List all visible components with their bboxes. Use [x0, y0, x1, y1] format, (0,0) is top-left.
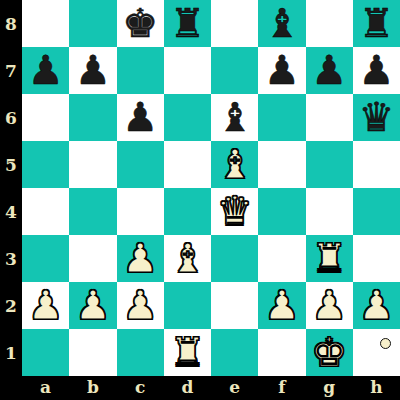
square-c2[interactable]: ♟ — [117, 282, 164, 329]
square-b4[interactable] — [69, 188, 116, 235]
square-g8[interactable] — [306, 0, 353, 47]
rank-label-5: 5 — [0, 141, 22, 188]
square-e7[interactable] — [211, 47, 258, 94]
white-to-move-indicator — [380, 338, 391, 349]
square-b7[interactable]: ♟ — [69, 47, 116, 94]
rank-labels: 87654321 — [0, 0, 22, 376]
file-label-h: h — [353, 376, 400, 400]
square-f8[interactable]: ♝ — [258, 0, 305, 47]
white-rook-d1[interactable]: ♜ — [169, 332, 205, 372]
square-d6[interactable] — [164, 94, 211, 141]
square-b1[interactable] — [69, 329, 116, 376]
rank-label-8: 8 — [0, 0, 22, 47]
square-g2[interactable]: ♟ — [306, 282, 353, 329]
square-e3[interactable] — [211, 235, 258, 282]
square-g7[interactable]: ♟ — [306, 47, 353, 94]
square-f2[interactable]: ♟ — [258, 282, 305, 329]
square-d7[interactable] — [164, 47, 211, 94]
square-g4[interactable] — [306, 188, 353, 235]
file-label-a: a — [22, 376, 69, 400]
square-d8[interactable]: ♜ — [164, 0, 211, 47]
rank-label-6: 6 — [0, 94, 22, 141]
square-e8[interactable] — [211, 0, 258, 47]
black-king-c8[interactable]: ♚ — [122, 3, 158, 43]
square-h2[interactable]: ♟ — [353, 282, 400, 329]
black-rook-d8[interactable]: ♜ — [169, 3, 205, 43]
square-h1[interactable] — [353, 329, 400, 376]
square-f4[interactable] — [258, 188, 305, 235]
square-g3[interactable]: ♜ — [306, 235, 353, 282]
square-e2[interactable] — [211, 282, 258, 329]
square-g5[interactable] — [306, 141, 353, 188]
square-a6[interactable] — [22, 94, 69, 141]
black-pawn-h7[interactable]: ♟ — [358, 50, 394, 90]
black-pawn-f7[interactable]: ♟ — [264, 50, 300, 90]
chess-diagram: 87654321 ♚♜♝♜♟♟♟♟♟♟♝♛♝♛♟♝♜♟♟♟♟♟♟♜♚ abcde… — [0, 0, 400, 400]
file-label-c: c — [117, 376, 164, 400]
square-c3[interactable]: ♟ — [117, 235, 164, 282]
white-pawn-a2[interactable]: ♟ — [28, 285, 64, 325]
white-pawn-c3[interactable]: ♟ — [122, 238, 158, 278]
square-c5[interactable] — [117, 141, 164, 188]
square-h8[interactable]: ♜ — [353, 0, 400, 47]
white-queen-e4[interactable]: ♛ — [217, 191, 253, 231]
square-c8[interactable]: ♚ — [117, 0, 164, 47]
white-pawn-c2[interactable]: ♟ — [122, 285, 158, 325]
square-d2[interactable] — [164, 282, 211, 329]
square-d3[interactable]: ♝ — [164, 235, 211, 282]
black-pawn-b7[interactable]: ♟ — [75, 50, 111, 90]
square-b3[interactable] — [69, 235, 116, 282]
white-pawn-g2[interactable]: ♟ — [311, 285, 347, 325]
square-a2[interactable]: ♟ — [22, 282, 69, 329]
square-a5[interactable] — [22, 141, 69, 188]
square-f5[interactable] — [258, 141, 305, 188]
white-pawn-h2[interactable]: ♟ — [358, 285, 394, 325]
black-queen-h6[interactable]: ♛ — [358, 97, 394, 137]
rank-label-4: 4 — [0, 188, 22, 235]
square-d5[interactable] — [164, 141, 211, 188]
square-a3[interactable] — [22, 235, 69, 282]
square-c6[interactable]: ♟ — [117, 94, 164, 141]
square-c7[interactable] — [117, 47, 164, 94]
square-f6[interactable] — [258, 94, 305, 141]
file-labels: abcdefgh — [22, 376, 400, 400]
black-bishop-f8[interactable]: ♝ — [264, 3, 300, 43]
rank-label-7: 7 — [0, 47, 22, 94]
square-e1[interactable] — [211, 329, 258, 376]
rank-label-3: 3 — [0, 235, 22, 282]
square-g6[interactable] — [306, 94, 353, 141]
square-h6[interactable]: ♛ — [353, 94, 400, 141]
square-d1[interactable]: ♜ — [164, 329, 211, 376]
file-label-g: g — [306, 376, 353, 400]
square-b5[interactable] — [69, 141, 116, 188]
square-a8[interactable] — [22, 0, 69, 47]
file-label-e: e — [211, 376, 258, 400]
square-f1[interactable] — [258, 329, 305, 376]
white-bishop-e5[interactable]: ♝ — [217, 144, 253, 184]
rank-label-2: 2 — [0, 282, 22, 329]
file-label-d: d — [164, 376, 211, 400]
square-a1[interactable] — [22, 329, 69, 376]
square-h5[interactable] — [353, 141, 400, 188]
rank-label-1: 1 — [0, 329, 22, 376]
white-pawn-f2[interactable]: ♟ — [264, 285, 300, 325]
square-h4[interactable] — [353, 188, 400, 235]
square-e4[interactable]: ♛ — [211, 188, 258, 235]
black-pawn-a7[interactable]: ♟ — [28, 50, 64, 90]
square-a7[interactable]: ♟ — [22, 47, 69, 94]
square-d4[interactable] — [164, 188, 211, 235]
white-rook-g3[interactable]: ♜ — [311, 238, 347, 278]
square-h7[interactable]: ♟ — [353, 47, 400, 94]
square-c4[interactable] — [117, 188, 164, 235]
square-c1[interactable] — [117, 329, 164, 376]
white-pawn-b2[interactable]: ♟ — [75, 285, 111, 325]
black-pawn-g7[interactable]: ♟ — [311, 50, 347, 90]
file-label-b: b — [69, 376, 116, 400]
black-rook-h8[interactable]: ♜ — [358, 3, 394, 43]
board: ♚♜♝♜♟♟♟♟♟♟♝♛♝♛♟♝♜♟♟♟♟♟♟♜♚ — [22, 0, 400, 376]
white-king-g1[interactable]: ♚ — [311, 332, 347, 372]
square-f3[interactable] — [258, 235, 305, 282]
square-h3[interactable] — [353, 235, 400, 282]
square-e6[interactable]: ♝ — [211, 94, 258, 141]
square-b8[interactable] — [69, 0, 116, 47]
square-f7[interactable]: ♟ — [258, 47, 305, 94]
black-pawn-c6[interactable]: ♟ — [122, 97, 158, 137]
square-b2[interactable]: ♟ — [69, 282, 116, 329]
square-e5[interactable]: ♝ — [211, 141, 258, 188]
square-b6[interactable] — [69, 94, 116, 141]
white-bishop-d3[interactable]: ♝ — [169, 238, 205, 278]
black-bishop-e6[interactable]: ♝ — [217, 97, 253, 137]
file-label-f: f — [258, 376, 305, 400]
square-a4[interactable] — [22, 188, 69, 235]
square-g1[interactable]: ♚ — [306, 329, 353, 376]
